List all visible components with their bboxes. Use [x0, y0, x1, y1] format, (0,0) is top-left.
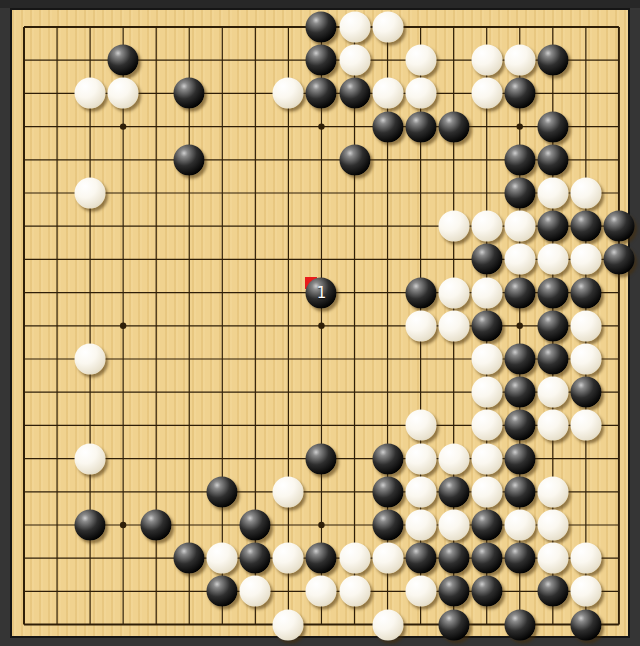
white-stone — [504, 211, 535, 242]
black-stone — [141, 510, 172, 541]
white-stone — [504, 244, 535, 275]
black-stone — [537, 344, 568, 375]
white-stone — [372, 543, 403, 574]
black-stone — [504, 443, 535, 474]
white-stone — [75, 178, 106, 209]
white-stone — [537, 178, 568, 209]
white-stone — [438, 277, 469, 308]
white-stone — [405, 443, 436, 474]
black-stone — [75, 510, 106, 541]
black-stone — [438, 576, 469, 607]
white-stone — [405, 45, 436, 76]
black-stone — [471, 510, 502, 541]
white-stone — [471, 377, 502, 408]
white-stone — [273, 78, 304, 109]
white-stone — [537, 244, 568, 275]
white-stone — [471, 211, 502, 242]
black-stone — [504, 476, 535, 507]
black-stone — [504, 410, 535, 441]
move-number-label: 1 — [317, 285, 327, 300]
white-stone — [75, 344, 106, 375]
white-stone — [339, 576, 370, 607]
black-stone — [570, 377, 601, 408]
black-stone — [537, 45, 568, 76]
white-stone — [471, 443, 502, 474]
black-stone — [207, 576, 238, 607]
black-stone — [570, 609, 601, 640]
black-stone — [372, 476, 403, 507]
white-stone — [570, 410, 601, 441]
black-stone — [240, 510, 271, 541]
white-stone — [504, 510, 535, 541]
white-stone — [273, 543, 304, 574]
black-stone — [438, 111, 469, 142]
black-stone — [240, 543, 271, 574]
white-stone — [537, 377, 568, 408]
go-board[interactable]: 1 — [10, 8, 630, 638]
black-stone — [537, 144, 568, 175]
white-stone — [306, 576, 337, 607]
white-stone — [273, 609, 304, 640]
black-stone — [504, 609, 535, 640]
black-stone — [471, 576, 502, 607]
white-stone — [570, 244, 601, 275]
white-stone — [438, 310, 469, 341]
black-stone — [504, 144, 535, 175]
white-stone — [339, 12, 370, 43]
star-point — [517, 323, 523, 329]
black-stone — [174, 543, 205, 574]
star-point — [318, 123, 324, 129]
white-stone — [438, 510, 469, 541]
white-stone — [471, 476, 502, 507]
black-stone — [570, 211, 601, 242]
white-stone — [75, 78, 106, 109]
white-stone — [471, 45, 502, 76]
black-stone — [306, 543, 337, 574]
star-point — [120, 123, 126, 129]
white-stone — [207, 543, 238, 574]
black-stone — [339, 78, 370, 109]
black-stone — [306, 12, 337, 43]
white-stone — [405, 78, 436, 109]
black-stone — [504, 344, 535, 375]
white-stone — [405, 576, 436, 607]
white-stone — [570, 576, 601, 607]
black-stone — [306, 78, 337, 109]
white-stone — [372, 609, 403, 640]
white-stone — [504, 45, 535, 76]
star-point — [120, 323, 126, 329]
black-stone — [603, 244, 634, 275]
star-point — [318, 522, 324, 528]
window-frame-top — [0, 0, 640, 8]
black-stone — [537, 211, 568, 242]
black-stone — [438, 476, 469, 507]
white-stone — [570, 543, 601, 574]
white-stone — [75, 443, 106, 474]
white-stone — [240, 576, 271, 607]
black-stone — [405, 277, 436, 308]
star-point — [517, 123, 523, 129]
white-stone — [372, 12, 403, 43]
white-stone — [570, 178, 601, 209]
black-stone — [537, 111, 568, 142]
black-stone — [405, 111, 436, 142]
white-stone — [537, 543, 568, 574]
black-stone — [603, 211, 634, 242]
white-stone — [438, 443, 469, 474]
white-stone — [537, 410, 568, 441]
black-stone — [504, 377, 535, 408]
black-stone — [372, 111, 403, 142]
black-stone: 1 — [306, 277, 337, 308]
white-stone — [405, 410, 436, 441]
white-stone — [537, 476, 568, 507]
white-stone — [570, 310, 601, 341]
black-stone — [438, 609, 469, 640]
black-stone — [471, 543, 502, 574]
white-stone — [471, 344, 502, 375]
white-stone — [471, 78, 502, 109]
white-stone — [405, 476, 436, 507]
black-stone — [570, 277, 601, 308]
black-stone — [108, 45, 139, 76]
go-game-screenshot: { "game": "go", "board_size": 19, "color… — [0, 0, 640, 646]
black-stone — [372, 510, 403, 541]
white-stone — [405, 510, 436, 541]
black-stone — [504, 178, 535, 209]
white-stone — [108, 78, 139, 109]
black-stone — [207, 476, 238, 507]
white-stone — [339, 543, 370, 574]
black-stone — [471, 310, 502, 341]
white-stone — [471, 410, 502, 441]
black-stone — [537, 576, 568, 607]
black-stone — [174, 144, 205, 175]
star-point — [120, 522, 126, 528]
black-stone — [504, 78, 535, 109]
white-stone — [273, 476, 304, 507]
white-stone — [570, 344, 601, 375]
white-stone — [471, 277, 502, 308]
white-stone — [339, 45, 370, 76]
black-stone — [405, 543, 436, 574]
black-stone — [339, 144, 370, 175]
black-stone — [504, 277, 535, 308]
white-stone — [372, 78, 403, 109]
white-stone — [537, 510, 568, 541]
white-stone — [405, 310, 436, 341]
black-stone — [537, 277, 568, 308]
black-stone — [471, 244, 502, 275]
black-stone — [537, 310, 568, 341]
black-stone — [306, 443, 337, 474]
black-stone — [438, 543, 469, 574]
star-point — [318, 323, 324, 329]
black-stone — [504, 543, 535, 574]
black-stone — [372, 443, 403, 474]
black-stone — [174, 78, 205, 109]
black-stone — [306, 45, 337, 76]
white-stone — [438, 211, 469, 242]
